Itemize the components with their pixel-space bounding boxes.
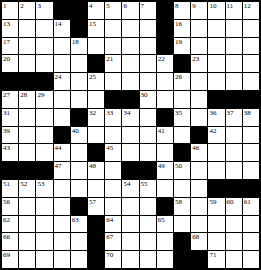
clue-number: 71 [209,251,216,259]
white-square[interactable]: 15 [88,20,104,37]
clue-number: 26 [175,73,182,81]
clue-number: 27 [3,91,10,99]
white-square[interactable] [54,180,70,197]
white-square[interactable]: 62 [2,216,18,233]
white-square[interactable]: 25 [88,73,104,90]
white-square[interactable] [36,233,52,250]
white-square[interactable]: 63 [71,216,87,233]
black-square [243,91,259,108]
black-square [122,91,138,108]
black-square [19,73,35,90]
clue-number: 30 [141,91,148,99]
white-square[interactable] [36,216,52,233]
white-square[interactable]: 22 [157,55,173,72]
white-square[interactable]: 40 [71,127,87,144]
white-square[interactable] [157,251,173,268]
white-square[interactable] [36,20,52,37]
clue-number: 31 [3,109,10,117]
white-square[interactable] [208,162,224,179]
white-square[interactable] [191,109,207,126]
white-square[interactable] [157,180,173,197]
white-square[interactable] [157,233,173,250]
white-square[interactable]: 7 [140,2,156,19]
white-square[interactable] [71,55,87,72]
white-square[interactable] [191,20,207,37]
clue-number: 67 [106,233,113,241]
white-square[interactable]: 47 [54,162,70,179]
clue-number: 48 [89,162,96,170]
white-square[interactable] [243,233,259,250]
clue-number: 54 [123,180,130,188]
white-square[interactable]: 48 [88,162,104,179]
white-square[interactable]: 8 [174,2,190,19]
white-square[interactable] [208,233,224,250]
black-square [208,180,224,197]
white-square[interactable]: 50 [174,162,190,179]
clue-number: 25 [89,73,96,81]
white-square[interactable] [71,180,87,197]
white-square[interactable] [140,144,156,161]
white-square[interactable] [243,55,259,72]
white-square[interactable] [54,198,70,215]
white-square[interactable]: 65 [157,216,173,233]
crossword-puzzle: 1234567891011121314151617181920212223242… [0,0,261,270]
clue-number: 39 [3,127,10,135]
black-square [157,20,173,37]
white-square[interactable] [157,91,173,108]
white-square[interactable] [243,162,259,179]
clue-number: 38 [244,109,251,117]
white-square[interactable] [105,127,121,144]
white-square[interactable] [105,20,121,37]
white-square[interactable]: 32 [88,109,104,126]
white-square[interactable] [36,144,52,161]
white-square[interactable] [140,73,156,90]
black-square [122,162,138,179]
white-square[interactable] [226,144,242,161]
black-square [19,162,35,179]
white-square[interactable] [19,55,35,72]
white-square[interactable]: 51 [2,180,18,197]
white-square[interactable]: 20 [2,55,18,72]
white-square[interactable] [36,38,52,55]
white-square[interactable] [54,216,70,233]
white-square[interactable] [105,162,121,179]
black-square [88,55,104,72]
white-square[interactable]: 9 [191,2,207,19]
clue-number: 44 [55,144,62,152]
white-square[interactable]: 29 [36,91,52,108]
black-square [208,91,224,108]
clue-number: 32 [89,109,96,117]
clue-number: 49 [158,162,165,170]
white-square[interactable] [122,20,138,37]
black-square [226,180,242,197]
white-square[interactable] [243,144,259,161]
clue-number: 69 [3,251,10,259]
white-square[interactable] [208,38,224,55]
clue-number: 6 [123,2,127,10]
white-square[interactable]: 12 [243,2,259,19]
black-square [36,73,52,90]
black-square [191,127,207,144]
white-square[interactable]: 56 [2,198,18,215]
black-square [2,162,18,179]
white-square[interactable] [140,55,156,72]
white-square[interactable]: 4 [88,2,104,19]
white-square[interactable] [208,144,224,161]
white-square[interactable] [191,91,207,108]
clue-number: 40 [72,127,79,135]
white-square[interactable] [54,55,70,72]
white-square[interactable] [140,109,156,126]
white-square[interactable] [140,233,156,250]
clue-number: 57 [89,198,96,206]
white-square[interactable] [226,55,242,72]
clue-number: 65 [158,216,165,224]
white-square[interactable] [208,216,224,233]
clue-number: 22 [158,55,165,63]
clue-number: 47 [55,162,62,170]
clue-number: 45 [106,144,113,152]
white-square[interactable]: 41 [157,127,173,144]
white-square[interactable] [54,109,70,126]
clue-number: 11 [227,2,234,10]
white-square[interactable] [243,251,259,268]
clue-number: 9 [192,2,196,10]
black-square [88,216,104,233]
clue-number: 55 [141,180,148,188]
white-square[interactable]: 2 [19,2,35,19]
white-square[interactable] [122,198,138,215]
white-square[interactable]: 13 [2,20,18,37]
black-square [105,91,121,108]
white-square[interactable] [208,20,224,37]
black-square [191,251,207,268]
white-square[interactable] [19,38,35,55]
clue-number: 5 [106,2,110,10]
black-square [243,180,259,197]
white-square[interactable] [191,38,207,55]
clue-number: 62 [3,216,10,224]
white-square[interactable] [191,198,207,215]
black-square [54,2,70,19]
white-square[interactable] [157,73,173,90]
white-square[interactable] [140,38,156,55]
clue-number: 52 [20,180,27,188]
white-square[interactable] [122,251,138,268]
white-square[interactable]: 33 [105,109,121,126]
white-square[interactable] [140,20,156,37]
clue-number: 13 [3,20,10,28]
clue-number: 58 [175,198,182,206]
white-square[interactable] [140,251,156,268]
white-square[interactable] [19,198,35,215]
white-square[interactable] [36,55,52,72]
white-square[interactable]: 16 [174,20,190,37]
white-square[interactable] [140,216,156,233]
white-square[interactable] [19,109,35,126]
clue-number: 51 [3,180,10,188]
white-square[interactable]: 38 [243,109,259,126]
clue-number: 4 [89,2,93,10]
white-square[interactable]: 39 [2,127,18,144]
black-square [88,233,104,250]
white-square[interactable]: 53 [36,180,52,197]
white-square[interactable]: 18 [71,38,87,55]
white-square[interactable]: 6 [122,2,138,19]
white-square[interactable]: 1 [2,2,18,19]
white-square[interactable] [243,20,259,37]
white-square[interactable] [208,73,224,90]
white-square[interactable]: 10 [208,2,224,19]
clue-number: 37 [227,109,234,117]
white-square[interactable] [226,127,242,144]
clue-number: 64 [106,216,113,224]
black-square [36,162,52,179]
white-square[interactable]: 11 [226,2,242,19]
clue-number: 43 [3,144,10,152]
white-square[interactable]: 45 [105,144,121,161]
white-square[interactable] [19,251,35,268]
black-square [54,127,70,144]
white-square[interactable]: 27 [2,91,18,108]
white-square[interactable]: 60 [226,198,242,215]
black-square [157,198,173,215]
white-square[interactable] [140,127,156,144]
white-square[interactable]: 57 [88,198,104,215]
black-square [174,251,190,268]
clue-number: 1 [3,2,7,10]
white-square[interactable] [36,109,52,126]
white-square[interactable] [191,73,207,90]
clue-number: 42 [209,127,216,135]
white-square[interactable] [122,73,138,90]
crossword-grid: 1234567891011121314151617181920212223242… [0,0,261,270]
white-square[interactable] [226,251,242,268]
white-square[interactable] [122,38,138,55]
white-square[interactable] [54,38,70,55]
white-square[interactable] [54,233,70,250]
white-square[interactable] [71,144,87,161]
white-square[interactable]: 24 [54,73,70,90]
white-square[interactable] [191,162,207,179]
white-square[interactable]: 26 [174,73,190,90]
clue-number: 23 [192,55,199,63]
white-square[interactable]: 52 [19,180,35,197]
white-square[interactable]: 71 [208,251,224,268]
clue-number: 8 [175,2,179,10]
black-square [157,2,173,19]
white-square[interactable] [54,251,70,268]
clue-number: 61 [244,198,251,206]
white-square[interactable]: 66 [2,233,18,250]
white-square[interactable]: 58 [174,198,190,215]
clue-number: 56 [3,198,10,206]
white-square[interactable] [19,20,35,37]
clue-number: 35 [175,109,182,117]
white-square[interactable] [140,198,156,215]
white-square[interactable] [36,198,52,215]
clue-number: 28 [20,91,27,99]
white-square[interactable]: 23 [191,55,207,72]
white-square[interactable] [226,38,242,55]
black-square [140,162,156,179]
white-square[interactable] [71,73,87,90]
clue-number: 63 [72,216,79,224]
white-square[interactable] [243,38,259,55]
white-square[interactable]: 64 [105,216,121,233]
white-square[interactable]: 36 [208,109,224,126]
clue-number: 2 [20,2,24,10]
white-square[interactable]: 30 [140,91,156,108]
white-square[interactable] [226,162,242,179]
white-square[interactable] [19,216,35,233]
white-square[interactable]: 5 [105,2,121,19]
clue-number: 12 [244,2,251,10]
black-square [174,55,190,72]
white-square[interactable] [19,127,35,144]
white-square[interactable] [191,180,207,197]
white-square[interactable]: 55 [140,180,156,197]
black-square [174,144,190,161]
white-square[interactable] [226,216,242,233]
white-square[interactable] [226,233,242,250]
white-square[interactable] [226,73,242,90]
clue-number: 14 [55,20,62,28]
clue-number: 36 [209,109,216,117]
black-square [71,198,87,215]
clue-number: 20 [3,55,10,63]
clue-number: 60 [227,198,234,206]
clue-number: 70 [106,251,113,259]
white-square[interactable] [36,251,52,268]
white-square[interactable]: 43 [2,144,18,161]
black-square [71,2,87,19]
clue-number: 15 [89,20,96,28]
white-square[interactable] [88,38,104,55]
white-square[interactable] [71,251,87,268]
white-square[interactable] [243,216,259,233]
white-square[interactable]: 70 [105,251,121,268]
white-square[interactable]: 21 [105,55,121,72]
white-square[interactable]: 31 [2,109,18,126]
clue-number: 18 [72,38,79,46]
white-square[interactable] [19,233,35,250]
clue-number: 29 [37,91,44,99]
clue-number: 19 [175,38,182,46]
white-square[interactable]: 19 [174,38,190,55]
clue-number: 24 [55,73,62,81]
clue-number: 41 [158,127,165,135]
black-square [88,251,104,268]
clue-number: 10 [209,2,216,10]
white-square[interactable]: 67 [105,233,121,250]
white-square[interactable] [122,55,138,72]
black-square [71,109,87,126]
white-square[interactable]: 61 [243,198,259,215]
white-square[interactable] [208,55,224,72]
white-square[interactable] [191,216,207,233]
white-square[interactable]: 34 [122,109,138,126]
white-square[interactable]: 17 [2,38,18,55]
white-square[interactable]: 68 [191,233,207,250]
white-square[interactable] [71,233,87,250]
white-square[interactable]: 46 [191,144,207,161]
white-square[interactable]: 44 [54,144,70,161]
white-square[interactable] [88,91,104,108]
white-square[interactable] [105,180,121,197]
white-square[interactable] [36,127,52,144]
black-square [157,109,173,126]
black-square [157,38,173,55]
white-square[interactable] [243,127,259,144]
white-square[interactable] [174,127,190,144]
white-square[interactable]: 3 [36,2,52,19]
white-square[interactable]: 59 [208,198,224,215]
white-square[interactable] [157,144,173,161]
white-square[interactable]: 28 [19,91,35,108]
white-square[interactable] [105,73,121,90]
white-square[interactable] [122,233,138,250]
clue-number: 68 [192,233,199,241]
clue-number: 34 [123,109,130,117]
white-square[interactable] [174,91,190,108]
black-square [71,20,87,37]
clue-number: 59 [209,198,216,206]
clue-number: 50 [175,162,182,170]
black-square [174,233,190,250]
white-square[interactable] [122,144,138,161]
black-square [88,144,104,161]
white-square[interactable]: 35 [174,109,190,126]
clue-number: 33 [106,109,113,117]
white-square[interactable]: 14 [54,20,70,37]
white-square[interactable]: 49 [157,162,173,179]
clue-number: 17 [3,38,10,46]
white-square[interactable]: 69 [2,251,18,268]
black-square [226,91,242,108]
white-square[interactable] [226,20,242,37]
white-square[interactable] [19,144,35,161]
white-square[interactable] [71,91,87,108]
white-square[interactable] [122,127,138,144]
clue-number: 21 [106,55,113,63]
clue-number: 46 [192,144,199,152]
clue-number: 3 [37,2,41,10]
white-square[interactable] [54,91,70,108]
white-square[interactable]: 42 [208,127,224,144]
clue-number: 66 [3,233,10,241]
white-square[interactable] [71,162,87,179]
clue-number: 16 [175,20,182,28]
white-square[interactable]: 54 [122,180,138,197]
white-square[interactable] [122,216,138,233]
white-square[interactable] [105,38,121,55]
white-square[interactable] [88,127,104,144]
white-square[interactable] [174,180,190,197]
white-square[interactable]: 37 [226,109,242,126]
white-square[interactable] [243,73,259,90]
clue-number: 7 [141,2,145,10]
black-square [2,73,18,90]
white-square[interactable] [105,198,121,215]
white-square[interactable] [88,180,104,197]
white-square[interactable] [174,216,190,233]
clue-number: 53 [37,180,44,188]
